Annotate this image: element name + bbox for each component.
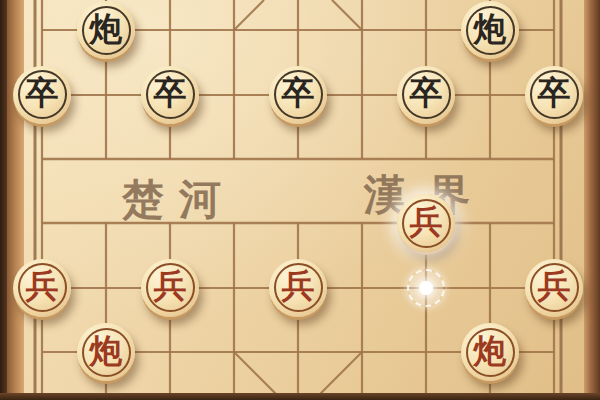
piece-character: 兵 <box>538 270 571 303</box>
last-move-origin-marker <box>407 269 445 307</box>
board-left-edge <box>0 0 7 400</box>
red-soldier-g5[interactable]: 兵 <box>397 194 455 252</box>
board-right-edge <box>584 0 600 400</box>
red-cannon-h7[interactable]: 炮 <box>461 323 519 381</box>
red-soldier-e6[interactable]: 兵 <box>269 259 327 317</box>
red-soldier-i6[interactable]: 兵 <box>525 259 583 317</box>
piece-character: 卒 <box>282 77 315 110</box>
red-cannon-b7[interactable]: 炮 <box>77 323 135 381</box>
red-soldier-a6[interactable]: 兵 <box>13 259 71 317</box>
black-soldier-i3[interactable]: 卒 <box>525 66 583 124</box>
piece-character: 卒 <box>410 77 443 110</box>
black-cannon-h2[interactable]: 炮 <box>461 1 519 59</box>
board-bottom-edge <box>0 393 600 400</box>
piece-character: 卒 <box>26 77 59 110</box>
piece-character: 兵 <box>282 270 315 303</box>
black-soldier-c3[interactable]: 卒 <box>141 66 199 124</box>
red-soldier-c6[interactable]: 兵 <box>141 259 199 317</box>
pieces-grid: 炮炮卒卒卒卒卒兵兵兵兵兵炮炮 <box>10 0 586 384</box>
piece-character: 兵 <box>154 270 187 303</box>
piece-character: 炮 <box>474 335 507 368</box>
piece-character: 兵 <box>26 270 59 303</box>
black-soldier-g3[interactable]: 卒 <box>397 66 455 124</box>
piece-character: 兵 <box>410 206 443 239</box>
piece-character: 卒 <box>538 77 571 110</box>
piece-character: 卒 <box>154 77 187 110</box>
black-cannon-b2[interactable]: 炮 <box>77 1 135 59</box>
xiangqi-board: 楚河 漢界 炮炮卒卒卒卒卒兵兵兵兵兵炮炮 <box>0 0 600 400</box>
piece-character: 炮 <box>90 13 123 46</box>
black-soldier-e3[interactable]: 卒 <box>269 66 327 124</box>
piece-character: 炮 <box>474 13 507 46</box>
piece-character: 炮 <box>90 335 123 368</box>
black-soldier-a3[interactable]: 卒 <box>13 66 71 124</box>
